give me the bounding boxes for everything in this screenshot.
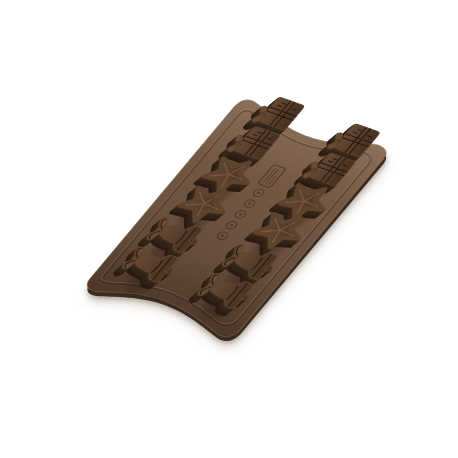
chocolate-mold-graphic bbox=[47, 70, 425, 367]
chocolate-mold bbox=[78, 94, 395, 344]
product-photo bbox=[0, 0, 458, 458]
